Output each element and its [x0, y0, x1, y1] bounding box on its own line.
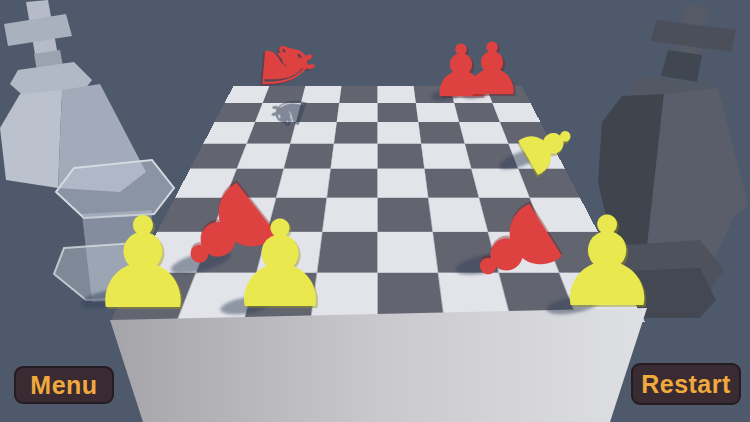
restart-button[interactable]: Restart: [631, 363, 741, 405]
red-knight-fallen-b8[interactable]: ♞: [250, 28, 326, 104]
yellow-pawn-a7[interactable]: ♟: [80, 201, 206, 327]
yellow-pawn-c7[interactable]: ♟: [220, 205, 340, 325]
yellow-pawn-h7[interactable]: ♟: [545, 200, 669, 324]
red-pawn-h8[interactable]: ♟: [456, 33, 528, 105]
game-scene: ♞♞♟♟♟♟♟♟♟♟ Menu Restart: [0, 0, 750, 422]
menu-button-label: Menu: [30, 371, 97, 400]
menu-button[interactable]: Menu: [14, 366, 114, 404]
restart-button-label: Restart: [641, 370, 731, 399]
